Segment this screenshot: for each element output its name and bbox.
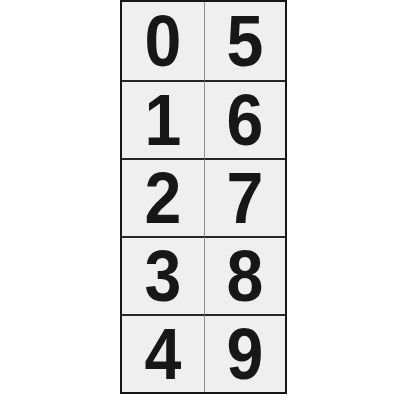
digit-cell-r4c0[interactable]: 4 bbox=[122, 314, 204, 392]
number-tile-grid: 0516273849 bbox=[120, 0, 287, 394]
digit-glyph: 9 bbox=[226, 318, 263, 390]
digit-cell-r0c1[interactable]: 5 bbox=[204, 2, 286, 80]
digit-glyph: 2 bbox=[144, 162, 181, 234]
digit-glyph: 0 bbox=[144, 5, 181, 77]
digit-glyph: 6 bbox=[226, 84, 263, 156]
digit-glyph: 5 bbox=[226, 5, 263, 77]
page: 0516273849 bbox=[0, 0, 400, 400]
digit-glyph: 7 bbox=[226, 162, 263, 234]
digit-cell-r1c0[interactable]: 1 bbox=[122, 80, 204, 158]
digit-cell-r3c1[interactable]: 8 bbox=[204, 236, 286, 314]
digit-cell-r2c1[interactable]: 7 bbox=[204, 158, 286, 236]
digit-glyph: 3 bbox=[144, 240, 181, 312]
digit-cell-r3c0[interactable]: 3 bbox=[122, 236, 204, 314]
digit-cell-r1c1[interactable]: 6 bbox=[204, 80, 286, 158]
digit-cell-r2c0[interactable]: 2 bbox=[122, 158, 204, 236]
digit-glyph: 4 bbox=[144, 318, 181, 390]
digit-cell-r4c1[interactable]: 9 bbox=[204, 314, 286, 392]
digit-cell-r0c0[interactable]: 0 bbox=[122, 2, 204, 80]
digit-glyph: 1 bbox=[144, 84, 181, 156]
digit-glyph: 8 bbox=[226, 240, 263, 312]
